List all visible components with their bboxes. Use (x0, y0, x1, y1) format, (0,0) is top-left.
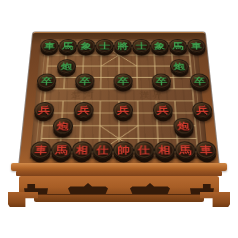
xiangqi-table: 楚河 漢界 車馬象士將士象馬車炮炮卒卒卒卒卒兵兵兵兵兵炮炮車馬相仕帥仕相馬車 (0, 0, 238, 238)
tabletop-edge-molding (11, 163, 227, 171)
piece-character: 仕 (138, 141, 151, 158)
piece-character: 馬 (62, 39, 74, 53)
xiangqi-piece-green[interactable]: 士 (132, 39, 151, 53)
board-surface: 楚河 漢界 車馬象士將士象馬車炮炮卒卒卒卒卒兵兵兵兵兵炮炮車馬相仕帥仕相馬車 (30, 39, 208, 158)
xiangqi-piece-green[interactable]: 馬 (168, 39, 187, 53)
piece-character: 兵 (196, 102, 209, 118)
xiangqi-piece-red[interactable]: 兵 (192, 102, 213, 118)
xiangqi-piece-green[interactable]: 炮 (170, 59, 190, 73)
xiangqi-piece-green[interactable]: 炮 (57, 59, 77, 73)
xiangqi-piece-red[interactable]: 仕 (92, 141, 113, 158)
piece-character: 相 (76, 141, 89, 158)
piece-character: 兵 (157, 102, 170, 118)
piece-character: 仕 (96, 141, 109, 158)
xiangqi-piece-green[interactable]: 卒 (36, 73, 56, 88)
xiangqi-piece-green[interactable]: 象 (77, 39, 96, 53)
xiangqi-piece-green[interactable]: 士 (95, 39, 114, 53)
xiangqi-piece-red[interactable]: 兵 (73, 102, 93, 118)
xiangqi-piece-green[interactable]: 馬 (58, 39, 77, 53)
xiangqi-piece-red[interactable]: 馬 (174, 141, 196, 158)
piece-character: 卒 (155, 73, 167, 88)
xiangqi-piece-red[interactable]: 車 (195, 141, 217, 158)
piece-character: 車 (34, 141, 48, 158)
table-foot-right (200, 192, 230, 207)
xiangqi-piece-red[interactable]: 兵 (113, 102, 133, 118)
xiangqi-piece-red[interactable]: 炮 (52, 118, 73, 134)
xiangqi-piece-red[interactable]: 帥 (113, 141, 134, 158)
piece-character: 士 (136, 39, 147, 53)
piece-character: 卒 (40, 73, 53, 88)
piece-character: 炮 (173, 59, 185, 73)
xiangqi-board: 楚河 漢界 車馬象士將士象馬車炮炮卒卒卒卒卒兵兵兵兵兵炮炮車馬相仕帥仕相馬車 (19, 32, 219, 167)
xiangqi-piece-green[interactable]: 車 (40, 39, 59, 53)
piece-character: 相 (158, 141, 171, 158)
piece-character: 炮 (61, 59, 73, 73)
piece-character: 卒 (193, 73, 206, 88)
xiangqi-piece-green[interactable]: 卒 (189, 73, 209, 88)
xiangqi-piece-red[interactable]: 相 (154, 141, 175, 158)
piece-character: 帥 (117, 141, 129, 158)
piece-character: 士 (99, 39, 110, 53)
apron-bottom-rail (34, 195, 204, 202)
piece-character: 象 (154, 39, 166, 53)
xiangqi-piece-red[interactable]: 相 (71, 141, 92, 158)
xiangqi-piece-green[interactable]: 象 (150, 39, 169, 53)
piece-character: 兵 (117, 102, 129, 118)
piece-character: 馬 (179, 141, 192, 158)
piece-character: 炮 (177, 118, 190, 134)
piece-character: 象 (80, 39, 91, 53)
piece-character: 將 (117, 39, 128, 53)
xiangqi-piece-red[interactable]: 兵 (153, 102, 174, 118)
piece-character: 兵 (38, 102, 51, 118)
xiangqi-piece-green[interactable]: 卒 (113, 73, 132, 88)
xiangqi-piece-green[interactable]: 卒 (151, 73, 171, 88)
table-apron (19, 176, 219, 196)
piece-character: 炮 (56, 118, 69, 134)
xiangqi-piece-green[interactable]: 車 (187, 39, 207, 53)
piece-grid[interactable]: 車馬象士將士象馬車炮炮卒卒卒卒卒兵兵兵兵兵炮炮車馬相仕帥仕相馬車 (30, 39, 208, 158)
piece-character: 車 (199, 141, 213, 158)
product-photo: 楚河 漢界 車馬象士將士象馬車炮炮卒卒卒卒卒兵兵兵兵兵炮炮車馬相仕帥仕相馬車 (0, 0, 238, 238)
xiangqi-piece-red[interactable]: 車 (30, 141, 52, 158)
xiangqi-piece-green[interactable]: 卒 (75, 73, 95, 88)
xiangqi-piece-red[interactable]: 馬 (51, 141, 73, 158)
piece-character: 車 (190, 39, 202, 53)
piece-character: 卒 (79, 73, 91, 88)
xiangqi-piece-red[interactable]: 兵 (34, 102, 55, 118)
piece-character: 卒 (117, 73, 128, 88)
piece-character: 車 (43, 39, 55, 53)
piece-character: 馬 (55, 141, 68, 158)
piece-character: 馬 (172, 39, 184, 53)
xiangqi-piece-red[interactable]: 仕 (134, 141, 155, 158)
xiangqi-piece-red[interactable]: 炮 (173, 118, 194, 134)
piece-character: 兵 (78, 102, 90, 118)
xiangqi-piece-green[interactable]: 將 (114, 39, 133, 53)
